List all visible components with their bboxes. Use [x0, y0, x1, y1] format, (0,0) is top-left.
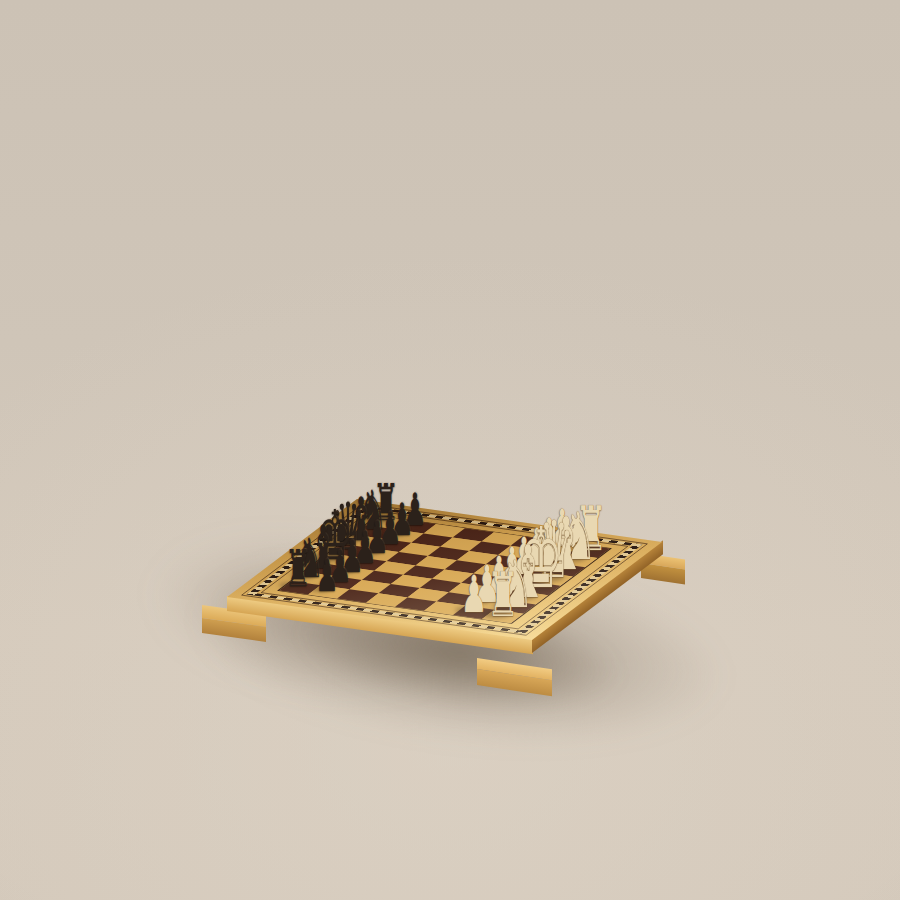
piece-white-rook-h1[interactable]: ♜	[488, 564, 520, 625]
studio-backdrop: ♜♟♞♟♝♟♟♛♜♟♟♚♞♟♟♝♝♟♟♞♛♟♟♜♚♟♟♝♟♞♟♜	[0, 0, 900, 900]
piece-black-rook-h8[interactable]: ♜	[285, 544, 311, 595]
piece-white-pawn-h2[interactable]: ♟	[461, 569, 488, 620]
piece-black-pawn-h7[interactable]: ♟	[316, 554, 339, 599]
